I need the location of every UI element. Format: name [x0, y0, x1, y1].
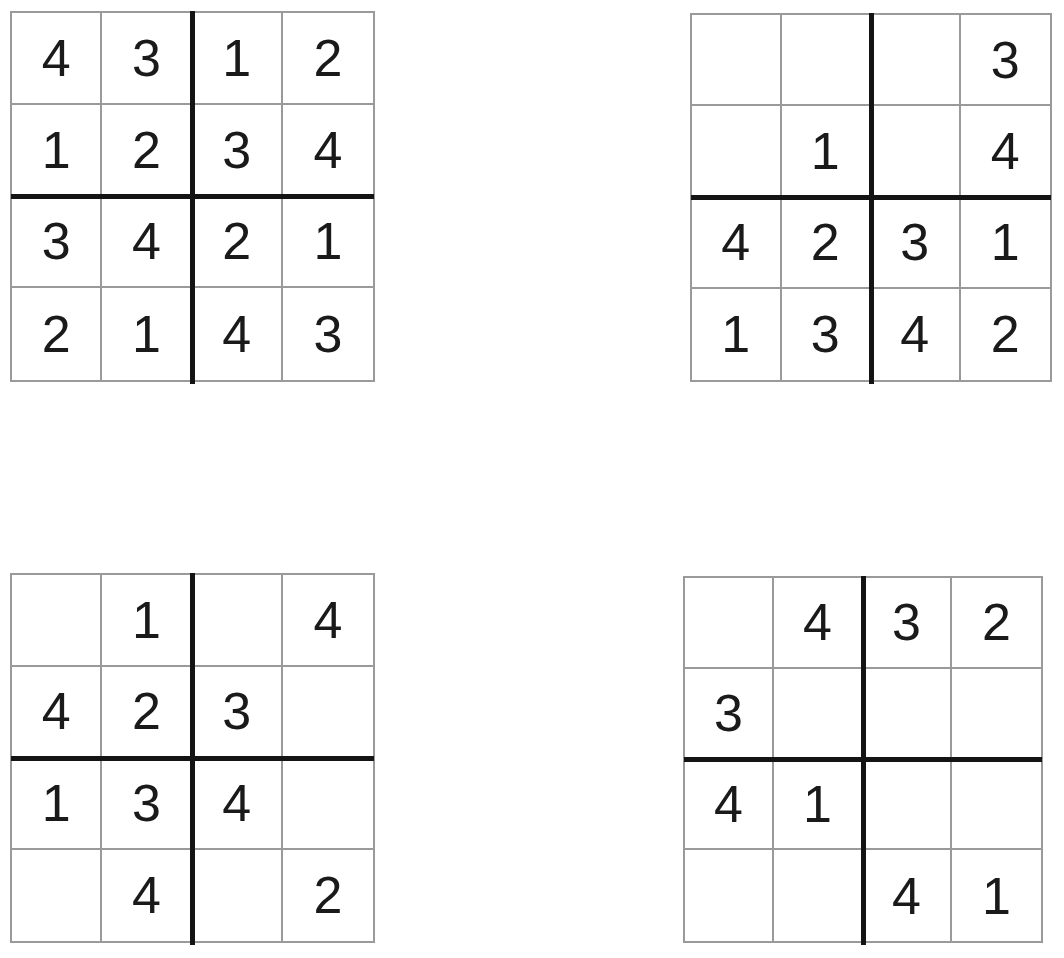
cell-r2c3 [863, 669, 952, 760]
cell-r3c1: 4 [685, 760, 774, 851]
cell-r3c2: 4 [102, 197, 192, 289]
cell-r3c4 [952, 760, 1041, 851]
cell-r2c3 [871, 106, 961, 197]
cell-r2c2: 2 [102, 667, 192, 759]
cell-r2c4 [283, 667, 373, 759]
cell-r4c3: 4 [193, 288, 283, 380]
cell-r4c1 [685, 850, 774, 941]
cell-r1c4: 2 [283, 13, 373, 105]
cell-r4c4: 2 [961, 289, 1051, 380]
cell-r3c1: 3 [12, 197, 102, 289]
cell-r1c1 [685, 578, 774, 669]
cell-r1c1: 4 [12, 13, 102, 105]
cell-r3c4: 1 [283, 197, 373, 289]
sudoku-grid-top-left: 4 3 1 2 1 2 3 4 3 4 2 1 2 1 4 3 [10, 11, 375, 382]
cell-r1c3: 3 [863, 578, 952, 669]
cell-r1c4: 3 [961, 15, 1051, 106]
cell-r2c2: 2 [102, 105, 192, 197]
cell-r1c2 [782, 15, 872, 106]
cell-r1c2: 3 [102, 13, 192, 105]
cell-r4c1: 1 [692, 289, 782, 380]
cell-r4c4: 1 [952, 850, 1041, 941]
cell-r4c2: 3 [782, 289, 872, 380]
thick-horizontal-divider [11, 194, 374, 199]
cell-r3c3 [863, 760, 952, 851]
cell-r1c4: 2 [952, 578, 1041, 669]
cell-r2c4: 4 [961, 106, 1051, 197]
cell-r4c2: 1 [102, 288, 192, 380]
cell-r4c3: 4 [871, 289, 961, 380]
cell-r3c3: 4 [193, 758, 283, 850]
cell-r2c1: 1 [12, 105, 102, 197]
sudoku-grid-bottom-left: 1 4 4 2 3 1 3 4 4 2 [10, 573, 375, 943]
thick-horizontal-divider [684, 757, 1042, 762]
cell-r2c4: 4 [283, 105, 373, 197]
cell-r1c4: 4 [283, 575, 373, 667]
cell-r1c2: 4 [774, 578, 863, 669]
cell-r3c3: 3 [871, 198, 961, 289]
cell-r4c2 [774, 850, 863, 941]
cell-r3c2: 3 [102, 758, 192, 850]
cell-r4c1 [12, 850, 102, 942]
cell-r4c1: 2 [12, 288, 102, 380]
cell-r2c1 [692, 106, 782, 197]
thick-horizontal-divider [11, 756, 374, 761]
cell-r1c3 [871, 15, 961, 106]
thick-horizontal-divider [691, 195, 1051, 200]
cell-r2c2 [774, 669, 863, 760]
cell-r2c1: 3 [685, 669, 774, 760]
cell-r1c3: 1 [193, 13, 283, 105]
cell-r2c2: 1 [782, 106, 872, 197]
cell-r1c3 [193, 575, 283, 667]
cell-r4c4: 3 [283, 288, 373, 380]
cell-r3c3: 2 [193, 197, 283, 289]
cell-r4c3: 4 [863, 850, 952, 941]
cell-r1c1 [12, 575, 102, 667]
cell-r3c2: 1 [774, 760, 863, 851]
cell-r1c2: 1 [102, 575, 192, 667]
cell-r2c4 [952, 669, 1041, 760]
sudoku-worksheet: 4 3 1 2 1 2 3 4 3 4 2 1 2 1 4 3 3 1 4 4 … [0, 0, 1064, 958]
cell-r1c1 [692, 15, 782, 106]
cell-r3c4: 1 [961, 198, 1051, 289]
cell-r4c2: 4 [102, 850, 192, 942]
cell-r2c1: 4 [12, 667, 102, 759]
sudoku-grid-bottom-right: 4 3 2 3 4 1 4 1 [683, 576, 1043, 943]
cell-r3c1: 4 [692, 198, 782, 289]
cell-r2c3: 3 [193, 667, 283, 759]
cell-r4c4: 2 [283, 850, 373, 942]
sudoku-grid-top-right: 3 1 4 4 2 3 1 1 3 4 2 [690, 13, 1052, 382]
cell-r2c3: 3 [193, 105, 283, 197]
cell-r3c1: 1 [12, 758, 102, 850]
cell-r3c4 [283, 758, 373, 850]
cell-r4c3 [193, 850, 283, 942]
cell-r3c2: 2 [782, 198, 872, 289]
